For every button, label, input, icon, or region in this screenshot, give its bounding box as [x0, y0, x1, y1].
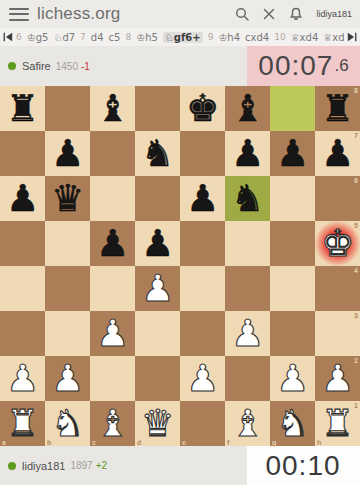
piece-white-n-g1[interactable]: ♞ — [270, 401, 315, 446]
move-number: 6 — [16, 32, 22, 42]
square-f6[interactable]: ♞ — [225, 176, 270, 221]
square-f3[interactable]: ♟ — [225, 311, 270, 356]
rank-coordinate: 7 — [354, 132, 358, 139]
move-number: 9 — [208, 32, 214, 42]
file-coordinate: g — [272, 439, 276, 446]
square-d7[interactable]: ♞ — [135, 131, 180, 176]
square-h4[interactable]: 4 — [315, 266, 360, 311]
square-a1[interactable]: a♜ — [0, 401, 45, 446]
rank-coordinate: 6 — [354, 177, 358, 184]
square-g2[interactable]: ♟ — [270, 356, 315, 401]
square-e8[interactable]: ♚ — [180, 86, 225, 131]
square-b5[interactable] — [45, 221, 90, 266]
player-rating-diff: +2 — [96, 460, 107, 471]
move-token[interactable]: cxd4 — [245, 32, 269, 43]
rank-coordinate: 4 — [354, 267, 358, 274]
square-h2[interactable]: 2♟ — [315, 356, 360, 401]
square-g8[interactable] — [270, 86, 315, 131]
piece-black-p-b7[interactable]: ♟ — [45, 131, 90, 176]
topbar-username[interactable]: lidiya181 — [316, 9, 352, 19]
online-indicator — [8, 462, 16, 470]
bell-icon[interactable] — [289, 7, 303, 21]
rank-coordinate: 3 — [354, 312, 358, 319]
skip-to-start-button[interactable] — [0, 28, 16, 46]
square-d2[interactable] — [135, 356, 180, 401]
move-token[interactable]: ♘gf6+ — [163, 32, 203, 43]
piece-black-p-a6[interactable]: ♟ — [0, 176, 45, 221]
opponent-name[interactable]: Safire — [22, 60, 51, 72]
square-e6[interactable]: ♟ — [180, 176, 225, 221]
square-a7[interactable] — [0, 131, 45, 176]
square-d6[interactable] — [135, 176, 180, 221]
move-token[interactable]: ♔h5 — [136, 32, 158, 43]
piece-white-p-b2[interactable]: ♟ — [45, 356, 90, 401]
square-f4[interactable] — [225, 266, 270, 311]
square-b7[interactable]: ♟ — [45, 131, 90, 176]
rank-coordinate: 1 — [354, 402, 358, 409]
opponent-rating-diff: -1 — [81, 61, 90, 72]
square-c6[interactable] — [90, 176, 135, 221]
move-token[interactable]: d4 — [91, 32, 104, 43]
square-f2[interactable] — [225, 356, 270, 401]
square-g5[interactable] — [270, 221, 315, 266]
square-f8[interactable]: ♝ — [225, 86, 270, 131]
file-coordinate: a — [2, 439, 6, 446]
square-e7[interactable] — [180, 131, 225, 176]
square-d5[interactable]: ♟ — [135, 221, 180, 266]
move-token[interactable]: ♔g5 — [27, 32, 49, 43]
search-icon[interactable] — [235, 7, 249, 21]
piece-white-b-c1[interactable]: ♝ — [90, 401, 135, 446]
piece-black-b-f8[interactable]: ♝ — [225, 86, 270, 131]
square-g1[interactable]: g♞ — [270, 401, 315, 446]
square-c3[interactable]: ♟ — [90, 311, 135, 356]
square-h8[interactable]: 8♜ — [315, 86, 360, 131]
piece-black-n-f6[interactable]: ♞ — [225, 176, 270, 221]
opponent-rating: 1450 — [56, 61, 78, 72]
opponent-clock: 00:07.6 — [247, 46, 360, 86]
file-coordinate: e — [182, 439, 186, 446]
piece-black-q-b6[interactable]: ♛ — [45, 176, 90, 221]
file-coordinate: d — [137, 439, 141, 446]
move-number: 10 — [274, 32, 285, 42]
square-a6[interactable]: ♟ — [0, 176, 45, 221]
close-icon[interactable] — [262, 7, 276, 21]
rank-coordinate: 8 — [354, 87, 358, 94]
move-list-bar: 6♔g5♘d77d4c58♔h5♘gf6+9♔h4cxd410♕xd4♕xd4+… — [0, 28, 360, 46]
rank-coordinate: 2 — [354, 357, 358, 364]
square-e5[interactable] — [180, 221, 225, 266]
square-a8[interactable]: ♜ — [0, 86, 45, 131]
square-f5[interactable] — [225, 221, 270, 266]
piece-black-b-c8[interactable]: ♝ — [90, 86, 135, 131]
piece-white-r-a1[interactable]: ♜ — [0, 401, 45, 446]
piece-black-n-d7[interactable]: ♞ — [135, 131, 180, 176]
player-info-row: lidiya181 1897 +2 00:10 — [0, 446, 360, 485]
square-b8[interactable] — [45, 86, 90, 131]
piece-white-q-d1[interactable]: ♛ — [135, 401, 180, 446]
square-a5[interactable] — [0, 221, 45, 266]
site-title[interactable]: lichess.org — [37, 4, 120, 24]
piece-black-p-f7[interactable]: ♟ — [225, 131, 270, 176]
square-e3[interactable] — [180, 311, 225, 356]
chess-board: ♜♝♚♝8♜♟♞♟♟7♟♟♛♟♞6♟♟5♚♟4♟♟3♟♟♟♟2♟a♜b♞c♝d♛… — [0, 86, 360, 446]
square-g3[interactable] — [270, 311, 315, 356]
square-e2[interactable]: ♟ — [180, 356, 225, 401]
move-token[interactable]: ♕xd4+ — [323, 32, 344, 43]
square-c7[interactable] — [90, 131, 135, 176]
piece-white-n-b1[interactable]: ♞ — [45, 401, 90, 446]
piece-white-p-a2[interactable]: ♟ — [0, 356, 45, 401]
piece-black-p-e6[interactable]: ♟ — [180, 176, 225, 221]
square-b3[interactable] — [45, 311, 90, 356]
piece-black-k-e8[interactable]: ♚ — [180, 86, 225, 131]
hamburger-menu-icon[interactable] — [9, 8, 29, 21]
square-d1[interactable]: d♛ — [135, 401, 180, 446]
square-d3[interactable] — [135, 311, 180, 356]
piece-white-p-c3[interactable]: ♟ — [90, 311, 135, 356]
piece-white-p-f3[interactable]: ♟ — [225, 311, 270, 356]
move-token[interactable]: ♕xd4 — [291, 32, 319, 43]
square-d8[interactable] — [135, 86, 180, 131]
square-c4[interactable] — [90, 266, 135, 311]
square-a3[interactable] — [0, 311, 45, 356]
move-number: 8 — [125, 32, 131, 42]
move-token[interactable]: ♘d7 — [53, 32, 75, 43]
square-c8[interactable]: ♝ — [90, 86, 135, 131]
move-list: 6♔g5♘d77d4c58♔h5♘gf6+9♔h4cxd410♕xd4♕xd4+… — [16, 32, 344, 43]
move-token[interactable]: ♔h4 — [218, 32, 240, 43]
piece-black-p-c5[interactable]: ♟ — [90, 221, 135, 266]
square-g6[interactable] — [270, 176, 315, 221]
skip-to-end-button[interactable] — [344, 28, 360, 46]
square-e1[interactable]: e — [180, 401, 225, 446]
square-e4[interactable] — [180, 266, 225, 311]
square-f1[interactable]: f♝ — [225, 401, 270, 446]
square-b2[interactable]: ♟ — [45, 356, 90, 401]
piece-black-p-d5[interactable]: ♟ — [135, 221, 180, 266]
square-g4[interactable] — [270, 266, 315, 311]
square-b1[interactable]: b♞ — [45, 401, 90, 446]
square-h7[interactable]: 7♟ — [315, 131, 360, 176]
piece-black-p-g7[interactable]: ♟ — [270, 131, 315, 176]
square-a2[interactable]: ♟ — [0, 356, 45, 401]
piece-white-b-f1[interactable]: ♝ — [225, 401, 270, 446]
file-coordinate: f — [227, 439, 229, 446]
square-d4[interactable]: ♟ — [135, 266, 180, 311]
square-g7[interactable]: ♟ — [270, 131, 315, 176]
piece-white-p-d4[interactable]: ♟ — [135, 266, 180, 311]
player-clock: 00:10 — [247, 446, 360, 485]
square-c2[interactable] — [90, 356, 135, 401]
player-name[interactable]: lidiya181 — [22, 460, 65, 472]
top-nav-bar: lichess.org lidiya181 — [0, 0, 360, 28]
file-coordinate: h — [317, 439, 321, 446]
square-b4[interactable] — [45, 266, 90, 311]
piece-black-r-a8[interactable]: ♜ — [0, 86, 45, 131]
square-h5[interactable]: 5♚ — [315, 221, 360, 266]
square-h6[interactable]: 6 — [315, 176, 360, 221]
player-rating: 1897 — [70, 460, 92, 471]
clock-tenths: .6 — [334, 56, 348, 76]
opponent-info-row: Safire 1450 -1 00:07.6 — [0, 46, 360, 86]
square-a4[interactable] — [0, 266, 45, 311]
move-number: 7 — [80, 32, 86, 42]
rank-coordinate: 5 — [354, 222, 358, 229]
square-h3[interactable]: 3 — [315, 311, 360, 356]
piece-white-p-g2[interactable]: ♟ — [270, 356, 315, 401]
file-coordinate: b — [47, 439, 51, 446]
online-indicator — [8, 62, 16, 70]
square-h1[interactable]: 1h♜ — [315, 401, 360, 446]
square-c5[interactable]: ♟ — [90, 221, 135, 266]
move-token[interactable]: c5 — [109, 32, 121, 43]
square-f7[interactable]: ♟ — [225, 131, 270, 176]
square-b6[interactable]: ♛ — [45, 176, 90, 221]
square-c1[interactable]: c♝ — [90, 401, 135, 446]
piece-white-p-e2[interactable]: ♟ — [180, 356, 225, 401]
file-coordinate: c — [92, 439, 96, 446]
